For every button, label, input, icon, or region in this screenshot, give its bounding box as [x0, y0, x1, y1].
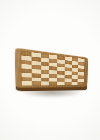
square-h1	[78, 82, 84, 85]
square-b1	[32, 81, 41, 85]
square-c1	[41, 82, 49, 86]
chess-board-grid	[21, 51, 84, 86]
square-a1	[22, 81, 32, 85]
photo-wrapper	[0, 0, 100, 140]
product-photo-scene	[0, 0, 100, 140]
chess-board	[15, 48, 88, 89]
square-e1	[57, 82, 64, 86]
square-d1	[49, 82, 57, 86]
